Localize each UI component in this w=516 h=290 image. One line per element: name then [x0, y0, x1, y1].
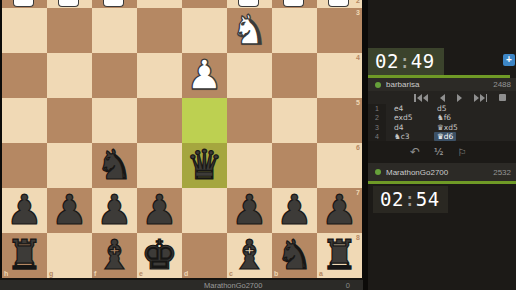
white-move-3[interactable]: d4 [391, 123, 407, 132]
black-pawn-g7[interactable]: ♟ [47, 188, 92, 233]
move-navigation [368, 91, 516, 104]
move-list: 1e4d52exd5♞f63d4♛xd54♞c3♛d6 [368, 104, 516, 141]
square-f8[interactable]: ♝f [92, 233, 137, 278]
black-queen-d6[interactable]: ♛ [182, 143, 227, 188]
square-c6[interactable] [227, 143, 272, 188]
square-a5[interactable]: 5 [317, 98, 362, 143]
black-rook-h8[interactable]: ♜ [2, 233, 47, 278]
last-move-button[interactable] [474, 93, 488, 102]
black-knight-b8[interactable]: ♞ [272, 233, 317, 278]
square-d8[interactable]: d [182, 233, 227, 278]
white-move-4[interactable]: ♞c3 [391, 132, 413, 141]
previous-move-button[interactable] [440, 93, 445, 102]
square-f5[interactable] [92, 98, 137, 143]
black-king-e8[interactable]: ♚ [137, 233, 182, 278]
square-e5[interactable] [137, 98, 182, 143]
top-player-name[interactable]: barbarisa [386, 80, 493, 89]
square-f4[interactable] [92, 53, 137, 98]
board-icon [499, 94, 506, 101]
white-pawn-base-clipped [58, 0, 79, 7]
black-move-cell: ♛xd5 [432, 123, 516, 132]
black-pawn-h7[interactable]: ♟ [2, 188, 47, 233]
square-d5[interactable] [182, 98, 227, 143]
analysis-board-button[interactable] [499, 93, 506, 102]
square-b4[interactable] [272, 53, 317, 98]
black-pawn-f7[interactable]: ♟ [92, 188, 137, 233]
black-pawn-c7[interactable]: ♟ [227, 188, 272, 233]
square-e3[interactable] [137, 8, 182, 53]
move-row-3: 3d4♛xd5 [368, 123, 516, 132]
square-h5[interactable] [2, 98, 47, 143]
move-row-2: 2exd5♞f6 [368, 113, 516, 122]
square-d2[interactable] [182, 0, 227, 8]
square-h4[interactable] [2, 53, 47, 98]
square-f7[interactable]: ♟ [92, 188, 137, 233]
square-g6[interactable] [47, 143, 92, 188]
resign-flag-button[interactable]: ⚐ [457, 147, 466, 158]
black-move-1[interactable]: d5 [434, 104, 450, 113]
rank-label-8: 8 [356, 234, 360, 241]
white-pawn-base-clipped [283, 0, 304, 7]
offer-draw-button[interactable]: ½ [434, 147, 443, 157]
file-label-e: e [139, 270, 143, 277]
file-label-g: g [49, 270, 53, 277]
white-move-2[interactable]: exd5 [391, 113, 415, 122]
square-b3[interactable] [272, 8, 317, 53]
black-move-cell: d5 [432, 104, 516, 113]
square-c5[interactable] [227, 98, 272, 143]
white-knight-c3[interactable]: ♞ [227, 8, 272, 53]
square-b6[interactable] [272, 143, 317, 188]
black-player-clock: 02:54 [373, 186, 448, 213]
square-f2[interactable] [92, 0, 137, 8]
black-knight-f6[interactable]: ♞ [92, 143, 137, 188]
clock-progress-line-bottom [368, 181, 516, 184]
square-g2[interactable] [47, 0, 92, 8]
under-board-player-value: 0 [346, 281, 350, 290]
file-label-d: d [184, 270, 188, 277]
white-move-1[interactable]: e4 [391, 104, 406, 113]
first-move-button[interactable] [414, 93, 428, 102]
square-c7[interactable]: ♟ [227, 188, 272, 233]
top-player-rating: 2488 [493, 80, 511, 89]
give-more-time-button[interactable]: + [503, 54, 515, 66]
square-d7[interactable] [182, 188, 227, 233]
square-b2[interactable] [272, 0, 317, 8]
white-pawn-d4[interactable]: ♟ [182, 53, 227, 98]
black-pawn-b7[interactable]: ♟ [272, 188, 317, 233]
square-a7[interactable]: ♟7 [317, 188, 362, 233]
square-e2[interactable] [137, 0, 182, 8]
square-g4[interactable] [47, 53, 92, 98]
move-row-4: 4♞c3♛d6 [368, 132, 516, 141]
black-move-cell: ♛d6 [432, 132, 516, 141]
bottom-player-rating: 2532 [493, 168, 511, 177]
black-bishop-c8[interactable]: ♝ [227, 233, 272, 278]
chess-board[interactable]: 2♞3♟45♞♛6♟♟♟♟♟♟♟7♜hg♝f♚ed♝c♞b♜a8 [2, 0, 362, 278]
online-dot [375, 82, 381, 88]
black-move-2[interactable]: ♞f6 [434, 113, 454, 122]
board-column: 2♞3♟45♞♛6♟♟♟♟♟♟♟7♜hg♝f♚ed♝c♞b♜a8 Maratho… [0, 0, 368, 290]
rank-label-3: 3 [356, 9, 360, 16]
rank-label-7: 7 [356, 189, 360, 196]
white-pawn-base-clipped [13, 0, 34, 7]
move-row-1: 1e4d5 [368, 104, 516, 113]
takeback-button[interactable]: ↶ [410, 145, 420, 159]
next-move-button[interactable] [457, 93, 462, 102]
square-d6[interactable]: ♛ [182, 143, 227, 188]
black-move-3[interactable]: ♛xd5 [434, 123, 461, 132]
square-e7[interactable]: ♟ [137, 188, 182, 233]
square-c3[interactable]: ♞ [227, 8, 272, 53]
under-board-player-name: MarathonGo2700 [204, 281, 262, 290]
move-number: 4 [368, 132, 386, 141]
file-label-a: a [319, 270, 323, 277]
white-move-cell: ♞c3 [386, 132, 432, 141]
square-d3[interactable] [182, 8, 227, 53]
black-move-4[interactable]: ♛d6 [434, 132, 456, 141]
square-g3[interactable] [47, 8, 92, 53]
square-g8[interactable]: g [47, 233, 92, 278]
square-f3[interactable] [92, 8, 137, 53]
square-c8[interactable]: ♝c [227, 233, 272, 278]
black-bishop-f8[interactable]: ♝ [92, 233, 137, 278]
square-h3[interactable] [2, 8, 47, 53]
square-h8[interactable]: ♜h [2, 233, 47, 278]
square-h6[interactable] [2, 143, 47, 188]
bottom-player-bar: MarathonGo2700 2532 [368, 163, 516, 181]
white-move-cell: e4 [386, 104, 432, 113]
move-number: 1 [368, 104, 386, 113]
white-pawn-base-clipped [328, 0, 349, 7]
square-e4[interactable] [137, 53, 182, 98]
square-e8[interactable]: ♚e [137, 233, 182, 278]
online-dot [375, 169, 381, 175]
square-d4[interactable]: ♟ [182, 53, 227, 98]
file-label-f: f [94, 270, 96, 277]
square-a2[interactable]: 2 [317, 0, 362, 8]
white-player-clock: 02:49 [368, 48, 444, 75]
square-e6[interactable] [137, 143, 182, 188]
square-g5[interactable] [47, 98, 92, 143]
rank-label-5: 5 [356, 99, 360, 106]
game-side-panel: 02:49 + barbarisa 2488 1e4d52exd5♞f63d4♛… [368, 0, 516, 290]
square-c2[interactable] [227, 0, 272, 8]
black-move-cell: ♞f6 [432, 113, 516, 122]
black-pawn-e7[interactable]: ♟ [137, 188, 182, 233]
white-move-cell: exd5 [386, 113, 432, 122]
move-number: 3 [368, 123, 386, 132]
rank-label-2: 2 [356, 0, 360, 4]
square-a8[interactable]: ♜a8 [317, 233, 362, 278]
game-action-buttons: ↶ ½ ⚐ [368, 141, 516, 163]
square-a6[interactable]: 6 [317, 143, 362, 188]
square-b8[interactable]: ♞b [272, 233, 317, 278]
white-pawn-base-clipped [238, 0, 259, 7]
square-a3[interactable]: 3 [317, 8, 362, 53]
file-label-c: c [229, 270, 233, 277]
rank-label-6: 6 [356, 144, 360, 151]
file-label-h: h [4, 270, 8, 277]
square-c4[interactable] [227, 53, 272, 98]
move-number: 2 [368, 113, 386, 122]
under-board-player-bar: MarathonGo2700 0 [0, 278, 363, 290]
file-label-b: b [274, 270, 278, 277]
white-move-cell: d4 [386, 123, 432, 132]
square-h7[interactable]: ♟ [2, 188, 47, 233]
top-player-bar: barbarisa 2488 [368, 78, 516, 91]
square-h2[interactable] [2, 0, 47, 8]
square-b7[interactable]: ♟ [272, 188, 317, 233]
white-pawn-base-clipped [103, 0, 124, 7]
rank-label-4: 4 [356, 54, 360, 61]
square-b5[interactable] [272, 98, 317, 143]
square-a4[interactable]: 4 [317, 53, 362, 98]
square-g7[interactable]: ♟ [47, 188, 92, 233]
bottom-player-name[interactable]: MarathonGo2700 [386, 168, 493, 177]
square-f6[interactable]: ♞ [92, 143, 137, 188]
